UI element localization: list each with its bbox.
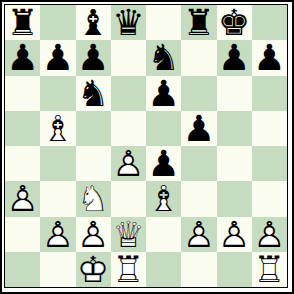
black-bishop: ♝ [76, 5, 111, 40]
square-c8[interactable]: ♝ [76, 5, 111, 40]
square-h5[interactable] [252, 111, 287, 146]
square-h4[interactable] [252, 146, 287, 181]
square-f8[interactable]: ♜ [181, 5, 216, 40]
square-f7[interactable] [181, 40, 216, 75]
black-knight: ♞ [76, 76, 111, 111]
black-queen: ♛ [111, 5, 146, 40]
square-h1[interactable]: ♜♖ [252, 252, 287, 287]
square-c3[interactable]: ♞♘ [76, 181, 111, 216]
square-d4[interactable]: ♟♙ [111, 146, 146, 181]
square-e3[interactable]: ♝♗ [146, 181, 181, 216]
square-b1[interactable] [40, 252, 75, 287]
square-a8[interactable]: ♜ [5, 5, 40, 40]
black-pawn: ♟ [146, 76, 181, 111]
white-pawn: ♙ [76, 217, 111, 252]
square-b3[interactable] [40, 181, 75, 216]
square-f6[interactable] [181, 76, 216, 111]
black-rook: ♜ [5, 5, 40, 40]
square-b6[interactable] [40, 76, 75, 111]
white-bishop: ♗ [40, 111, 75, 146]
square-f1[interactable] [181, 252, 216, 287]
square-f5[interactable]: ♟ [181, 111, 216, 146]
square-f2[interactable]: ♟♙ [181, 217, 216, 252]
square-c2[interactable]: ♟♙ [76, 217, 111, 252]
white-pawn: ♙ [111, 146, 146, 181]
square-h2[interactable]: ♟♙ [252, 217, 287, 252]
square-g2[interactable]: ♟♙ [217, 217, 252, 252]
square-a1[interactable] [5, 252, 40, 287]
square-g6[interactable] [217, 76, 252, 111]
square-b4[interactable] [40, 146, 75, 181]
square-b2[interactable]: ♟♙ [40, 217, 75, 252]
black-pawn: ♟ [5, 40, 40, 75]
square-g5[interactable] [217, 111, 252, 146]
square-d3[interactable] [111, 181, 146, 216]
square-b8[interactable] [40, 5, 75, 40]
square-a3[interactable]: ♟♙ [5, 181, 40, 216]
black-pawn: ♟ [76, 40, 111, 75]
black-pawn: ♟ [146, 146, 181, 181]
square-e1[interactable] [146, 252, 181, 287]
square-e4[interactable]: ♟ [146, 146, 181, 181]
square-a6[interactable] [5, 76, 40, 111]
black-knight: ♞ [146, 40, 181, 75]
square-c7[interactable]: ♟ [76, 40, 111, 75]
square-d1[interactable]: ♜♖ [111, 252, 146, 287]
square-d7[interactable] [111, 40, 146, 75]
square-g8[interactable]: ♚ [217, 5, 252, 40]
square-g4[interactable] [217, 146, 252, 181]
square-c6[interactable]: ♞ [76, 76, 111, 111]
black-rook: ♜ [181, 5, 216, 40]
chess-board: ♜♝♛♜♚♟♟♟♞♟♟♞♟♝♗♟♟♙♟♟♙♞♘♝♗♟♙♟♙♛♕♟♙♟♙♟♙♚♔♜… [4, 4, 288, 288]
square-f3[interactable] [181, 181, 216, 216]
black-pawn: ♟ [40, 40, 75, 75]
white-rook: ♖ [111, 252, 146, 287]
white-king: ♔ [76, 252, 111, 287]
square-b7[interactable]: ♟ [40, 40, 75, 75]
white-pawn: ♙ [217, 217, 252, 252]
black-pawn: ♟ [252, 40, 287, 75]
square-a4[interactable] [5, 146, 40, 181]
square-e5[interactable] [146, 111, 181, 146]
square-e2[interactable] [146, 217, 181, 252]
square-g1[interactable] [217, 252, 252, 287]
black-pawn: ♟ [217, 40, 252, 75]
square-a7[interactable]: ♟ [5, 40, 40, 75]
square-b5[interactable]: ♝♗ [40, 111, 75, 146]
white-rook: ♖ [252, 252, 287, 287]
black-pawn: ♟ [181, 111, 216, 146]
white-queen: ♕ [111, 217, 146, 252]
square-d2[interactable]: ♛♕ [111, 217, 146, 252]
square-c5[interactable] [76, 111, 111, 146]
black-king: ♚ [217, 5, 252, 40]
square-f4[interactable] [181, 146, 216, 181]
square-c4[interactable] [76, 146, 111, 181]
white-knight: ♘ [76, 181, 111, 216]
square-e6[interactable]: ♟ [146, 76, 181, 111]
square-d5[interactable] [111, 111, 146, 146]
square-e7[interactable]: ♞ [146, 40, 181, 75]
square-e8[interactable] [146, 5, 181, 40]
square-a5[interactable] [5, 111, 40, 146]
square-h6[interactable] [252, 76, 287, 111]
white-pawn: ♙ [40, 217, 75, 252]
square-g7[interactable]: ♟ [217, 40, 252, 75]
square-a2[interactable] [5, 217, 40, 252]
chess-diagram-frame: ♜♝♛♜♚♟♟♟♞♟♟♞♟♝♗♟♟♙♟♟♙♞♘♝♗♟♙♟♙♛♕♟♙♟♙♟♙♚♔♜… [0, 0, 294, 294]
square-h8[interactable] [252, 5, 287, 40]
square-d6[interactable] [111, 76, 146, 111]
white-pawn: ♙ [5, 181, 40, 216]
square-d8[interactable]: ♛ [111, 5, 146, 40]
white-pawn: ♙ [181, 217, 216, 252]
square-h7[interactable]: ♟ [252, 40, 287, 75]
square-c1[interactable]: ♚♔ [76, 252, 111, 287]
square-h3[interactable] [252, 181, 287, 216]
square-g3[interactable] [217, 181, 252, 216]
white-pawn: ♙ [252, 217, 287, 252]
white-bishop: ♗ [146, 181, 181, 216]
